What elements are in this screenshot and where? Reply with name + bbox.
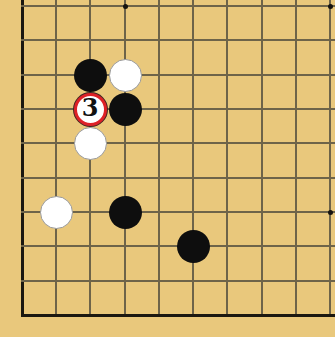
- grid-line-vertical: [295, 0, 297, 317]
- go-board[interactable]: 3: [0, 0, 335, 337]
- black-stone-F3: [177, 230, 210, 263]
- white-stone-D8: [109, 59, 142, 92]
- grid-line-vertical: [158, 0, 160, 317]
- black-stone-D7: [109, 93, 142, 126]
- grid-line-horizontal: [21, 177, 335, 179]
- star-point-hoshi: [123, 4, 128, 9]
- grid-line-vertical: [329, 0, 331, 317]
- grid-line-vertical: [261, 0, 263, 317]
- grid-line-vertical: [124, 0, 126, 317]
- white-stone-B4: [40, 196, 73, 229]
- black-stone-D4: [109, 196, 142, 229]
- move-number-label: 3: [82, 96, 99, 120]
- grid-line-horizontal: [21, 74, 335, 76]
- grid-line-horizontal: [21, 280, 335, 282]
- star-point-hoshi: [328, 210, 333, 215]
- grid-line-horizontal: [21, 108, 335, 110]
- marked-move-stone-C7: 3: [74, 93, 107, 126]
- grid-line-vertical: [226, 0, 228, 317]
- star-point-hoshi: [328, 4, 333, 9]
- board-bottom-edge-line: [21, 314, 335, 317]
- board-left-edge-line: [21, 0, 24, 317]
- grid-line-horizontal: [21, 142, 335, 144]
- white-stone-C6: [74, 127, 107, 160]
- grid-line-vertical: [192, 0, 194, 317]
- grid-line-horizontal: [21, 5, 335, 7]
- black-stone-C8: [74, 59, 107, 92]
- grid-line-horizontal: [21, 39, 335, 41]
- grid-line-vertical: [55, 0, 57, 317]
